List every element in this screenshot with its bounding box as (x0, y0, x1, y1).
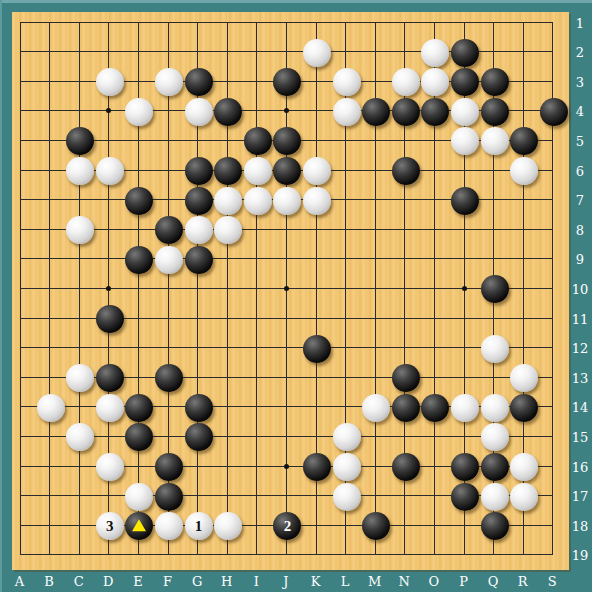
stone-D11[interactable] (96, 305, 124, 333)
row-label-12: 12 (569, 341, 591, 356)
stone-R5[interactable] (510, 127, 538, 155)
stone-M18[interactable] (362, 512, 390, 540)
go-app-window: 312 ABCDEFGHIJKLMNOPQRS 1234567891011121… (0, 0, 592, 592)
column-label-R: R (510, 574, 536, 589)
row-label-6: 6 (569, 164, 591, 179)
row-label-14: 14 (569, 400, 591, 415)
stone-F17[interactable] (155, 483, 183, 511)
grid-line-horizontal (20, 229, 554, 230)
stone-D13[interactable] (96, 364, 124, 392)
stone-L17[interactable] (333, 483, 361, 511)
stone-L4[interactable] (333, 98, 361, 126)
stone-D16[interactable] (96, 453, 124, 481)
column-label-B: B (36, 574, 62, 589)
column-label-A: A (7, 574, 33, 589)
star-point-J4 (284, 108, 289, 113)
row-label-4: 4 (569, 104, 591, 119)
stone-H8[interactable] (214, 216, 242, 244)
stone-C15[interactable] (66, 423, 94, 451)
column-label-C: C (66, 574, 92, 589)
stone-Q15[interactable] (481, 423, 509, 451)
column-label-Q: Q (480, 574, 506, 589)
stone-P16[interactable] (451, 453, 479, 481)
move-number-label: 3 (96, 512, 124, 540)
stone-L15[interactable] (333, 423, 361, 451)
star-point-P10 (462, 286, 467, 291)
stone-E14[interactable] (125, 394, 153, 422)
grid-line-horizontal (20, 436, 554, 437)
column-label-G: G (184, 574, 210, 589)
grid-line-horizontal (20, 22, 554, 23)
stone-E9[interactable] (125, 246, 153, 274)
column-label-J: J (273, 574, 299, 589)
stone-R6[interactable] (510, 157, 538, 185)
stone-Q16[interactable] (481, 453, 509, 481)
stone-M14[interactable] (362, 394, 390, 422)
stone-E15[interactable] (125, 423, 153, 451)
stone-F13[interactable] (155, 364, 183, 392)
triangle-marker-icon (132, 519, 146, 531)
stone-J6[interactable] (273, 157, 301, 185)
star-point-J16 (284, 464, 289, 469)
stone-E7[interactable] (125, 187, 153, 215)
stone-N13[interactable] (392, 364, 420, 392)
stone-G4[interactable] (185, 98, 213, 126)
stone-C13[interactable] (66, 364, 94, 392)
stone-D3[interactable] (96, 68, 124, 96)
stone-Q17[interactable] (481, 483, 509, 511)
stone-O3[interactable] (421, 68, 449, 96)
stone-P17[interactable] (451, 483, 479, 511)
row-label-7: 7 (569, 193, 591, 208)
star-point-J10 (284, 286, 289, 291)
star-point-D10 (106, 286, 111, 291)
stone-Q18[interactable] (481, 512, 509, 540)
stone-C8[interactable] (66, 216, 94, 244)
stone-F8[interactable] (155, 216, 183, 244)
stone-R14[interactable] (510, 394, 538, 422)
stone-O2[interactable] (421, 39, 449, 67)
stone-I5[interactable] (244, 127, 272, 155)
stone-P14[interactable] (451, 394, 479, 422)
stone-H4[interactable] (214, 98, 242, 126)
stone-K7[interactable] (303, 187, 331, 215)
stone-P5[interactable] (451, 127, 479, 155)
stone-H7[interactable] (214, 187, 242, 215)
row-label-19: 19 (569, 548, 591, 563)
row-label-5: 5 (569, 134, 591, 149)
stone-K12[interactable] (303, 335, 331, 363)
stone-N16[interactable] (392, 453, 420, 481)
stone-Q14[interactable] (481, 394, 509, 422)
row-label-8: 8 (569, 223, 591, 238)
column-label-K: K (303, 574, 329, 589)
stone-K6[interactable] (303, 157, 331, 185)
column-label-P: P (451, 574, 477, 589)
stone-P2[interactable] (451, 39, 479, 67)
row-label-1: 1 (569, 16, 591, 31)
row-label-15: 15 (569, 430, 591, 445)
column-label-M: M (362, 574, 388, 589)
move-number-label: 1 (185, 512, 213, 540)
stone-P4[interactable] (451, 98, 479, 126)
stone-Q5[interactable] (481, 127, 509, 155)
stone-D18[interactable]: 3 (96, 512, 124, 540)
grid-line-horizontal (20, 347, 554, 348)
stone-L3[interactable] (333, 68, 361, 96)
column-label-S: S (539, 574, 565, 589)
stone-G18[interactable]: 1 (185, 512, 213, 540)
column-label-I: I (243, 574, 269, 589)
row-label-2: 2 (569, 45, 591, 60)
row-label-10: 10 (569, 282, 591, 297)
row-label-13: 13 (569, 371, 591, 386)
stone-E4[interactable] (125, 98, 153, 126)
go-board[interactable]: 312 (12, 12, 569, 570)
stone-O4[interactable] (421, 98, 449, 126)
row-label-18: 18 (569, 519, 591, 534)
stone-F9[interactable] (155, 246, 183, 274)
stone-N6[interactable] (392, 157, 420, 185)
stone-Q4[interactable] (481, 98, 509, 126)
stone-Q10[interactable] (481, 275, 509, 303)
stone-G14[interactable] (185, 394, 213, 422)
stone-G3[interactable] (185, 68, 213, 96)
column-label-D: D (95, 574, 121, 589)
column-label-N: N (391, 574, 417, 589)
stone-D6[interactable] (96, 157, 124, 185)
stone-M4[interactable] (362, 98, 390, 126)
stone-G6[interactable] (185, 157, 213, 185)
star-point-D4 (106, 108, 111, 113)
stone-C5[interactable] (66, 127, 94, 155)
row-label-9: 9 (569, 252, 591, 267)
stone-R13[interactable] (510, 364, 538, 392)
stone-F3[interactable] (155, 68, 183, 96)
stone-S4[interactable] (540, 98, 568, 126)
stone-N3[interactable] (392, 68, 420, 96)
column-label-L: L (332, 574, 358, 589)
grid-line-horizontal (20, 258, 554, 259)
stone-J5[interactable] (273, 127, 301, 155)
stone-G8[interactable] (185, 216, 213, 244)
stone-Q3[interactable] (481, 68, 509, 96)
stone-F16[interactable] (155, 453, 183, 481)
stone-J7[interactable] (273, 187, 301, 215)
stone-K2[interactable] (303, 39, 331, 67)
grid-line-horizontal (20, 554, 554, 555)
move-number-label: 2 (273, 512, 301, 540)
stone-I7[interactable] (244, 187, 272, 215)
stone-C6[interactable] (66, 157, 94, 185)
stone-B14[interactable] (37, 394, 65, 422)
stone-R17[interactable] (510, 483, 538, 511)
stone-K16[interactable] (303, 453, 331, 481)
column-label-E: E (125, 574, 151, 589)
stone-E17[interactable] (125, 483, 153, 511)
stone-H18[interactable] (214, 512, 242, 540)
stone-Q12[interactable] (481, 335, 509, 363)
stone-J18[interactable]: 2 (273, 512, 301, 540)
column-label-H: H (214, 574, 240, 589)
window-top-highlight (0, 0, 592, 3)
stone-N14[interactable] (392, 394, 420, 422)
stone-I6[interactable] (244, 157, 272, 185)
window-left-highlight (0, 0, 2, 592)
stone-F18[interactable] (155, 512, 183, 540)
stone-H6[interactable] (214, 157, 242, 185)
row-label-3: 3 (569, 75, 591, 90)
row-label-16: 16 (569, 460, 591, 475)
row-label-17: 17 (569, 489, 591, 504)
stone-O14[interactable] (421, 394, 449, 422)
stone-G15[interactable] (185, 423, 213, 451)
stone-L16[interactable] (333, 453, 361, 481)
stone-J3[interactable] (273, 68, 301, 96)
stone-E18[interactable] (125, 512, 153, 540)
stone-N4[interactable] (392, 98, 420, 126)
stone-R16[interactable] (510, 453, 538, 481)
row-label-11: 11 (569, 312, 591, 327)
stone-G9[interactable] (185, 246, 213, 274)
stone-G7[interactable] (185, 187, 213, 215)
column-label-O: O (421, 574, 447, 589)
column-label-F: F (155, 574, 181, 589)
stone-P7[interactable] (451, 187, 479, 215)
stone-D14[interactable] (96, 394, 124, 422)
stone-P3[interactable] (451, 68, 479, 96)
